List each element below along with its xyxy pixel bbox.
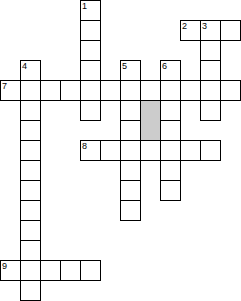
cell-r7c6[interactable] (120, 140, 141, 161)
cell-r9c1[interactable] (20, 180, 41, 201)
cell-r12c1[interactable] (20, 240, 41, 261)
cell-r1c9[interactable] (180, 20, 201, 41)
crossword-grid: 123456789 (0, 0, 241, 301)
cell-r5c6[interactable] (120, 100, 141, 121)
shaded-cell-r5c7 (140, 100, 161, 141)
cell-r4c9[interactable] (180, 80, 201, 101)
cell-r13c3[interactable] (60, 260, 81, 281)
cell-r11c1[interactable] (20, 220, 41, 241)
cell-r5c4[interactable] (80, 100, 101, 121)
cell-r8c1[interactable] (20, 160, 41, 181)
cell-r4c8[interactable] (160, 80, 181, 101)
cell-r0c4[interactable] (80, 0, 101, 21)
cell-r7c8[interactable] (160, 140, 181, 161)
cell-r8c6[interactable] (120, 160, 141, 181)
cell-r1c11[interactable] (220, 20, 241, 41)
cell-r5c10[interactable] (200, 100, 221, 121)
cell-r7c7[interactable] (140, 140, 161, 161)
cell-r1c10[interactable] (200, 20, 221, 41)
cell-r5c1[interactable] (20, 100, 41, 121)
cell-r1c4[interactable] (80, 20, 101, 41)
cell-r4c7[interactable] (140, 80, 161, 101)
cell-r7c10[interactable] (200, 140, 221, 161)
cell-r3c10[interactable] (200, 60, 221, 81)
cell-r4c3[interactable] (60, 80, 81, 101)
cell-r3c4[interactable] (80, 60, 101, 81)
cell-r8c8[interactable] (160, 160, 181, 181)
cell-r10c1[interactable] (20, 200, 41, 221)
cell-r3c8[interactable] (160, 60, 181, 81)
cell-r3c6[interactable] (120, 60, 141, 81)
cell-r4c6[interactable] (120, 80, 141, 101)
cell-r7c5[interactable] (100, 140, 121, 161)
cell-r4c5[interactable] (100, 80, 121, 101)
cell-r7c4[interactable] (80, 140, 101, 161)
cell-r14c1[interactable] (20, 280, 41, 301)
cell-r9c8[interactable] (160, 180, 181, 201)
cell-r13c0[interactable] (0, 260, 21, 281)
cell-r5c8[interactable] (160, 100, 181, 121)
cell-r13c4[interactable] (80, 260, 101, 281)
cell-r13c2[interactable] (40, 260, 61, 281)
cell-r4c4[interactable] (80, 80, 101, 101)
cell-r4c1[interactable] (20, 80, 41, 101)
cell-r3c1[interactable] (20, 60, 41, 81)
cell-r9c6[interactable] (120, 180, 141, 201)
cell-r6c6[interactable] (120, 120, 141, 141)
cell-r6c1[interactable] (20, 120, 41, 141)
cell-r4c10[interactable] (200, 80, 221, 101)
cell-r7c1[interactable] (20, 140, 41, 161)
cell-r7c9[interactable] (180, 140, 201, 161)
cell-r4c0[interactable] (0, 80, 21, 101)
cell-r4c2[interactable] (40, 80, 61, 101)
cell-r2c10[interactable] (200, 40, 221, 61)
cell-r6c8[interactable] (160, 120, 181, 141)
cell-r13c1[interactable] (20, 260, 41, 281)
cell-r10c6[interactable] (120, 200, 141, 221)
cell-r4c11[interactable] (220, 80, 241, 101)
cell-r2c4[interactable] (80, 40, 101, 61)
